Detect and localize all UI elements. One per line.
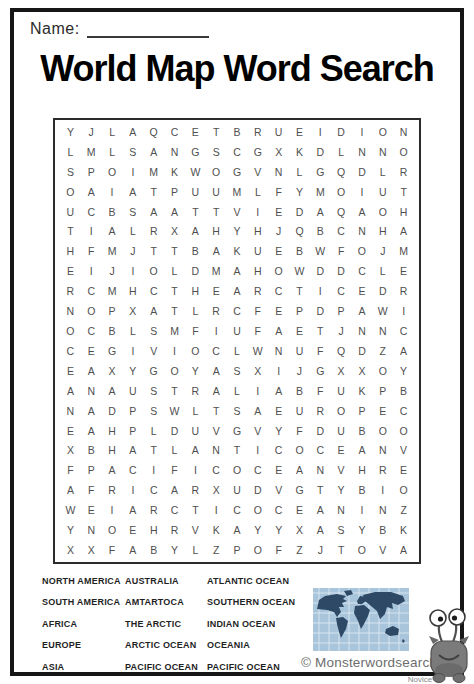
grid-cell-r11c17[interactable]: C — [393, 321, 414, 341]
grid-cell-r6c10[interactable]: H — [247, 222, 268, 242]
grid-cell-r22c10[interactable]: O — [247, 540, 268, 560]
grid-cell-r10c17[interactable]: I — [393, 301, 414, 321]
grid-cell-r6c11[interactable]: J — [268, 222, 289, 242]
grid-cell-r1c14[interactable]: D — [331, 122, 352, 142]
grid-cell-r4c3[interactable]: I — [102, 182, 123, 202]
grid-cell-r2c13[interactable]: D — [310, 142, 331, 162]
grid-cell-r13c1[interactable]: E — [60, 361, 81, 381]
grid-cell-r21c5[interactable]: H — [143, 520, 164, 540]
grid-cell-r7c15[interactable]: O — [352, 241, 373, 261]
grid-cell-r13c5[interactable]: G — [143, 361, 164, 381]
grid-cell-r1c16[interactable]: O — [372, 122, 393, 142]
grid-cell-r17c9[interactable]: T — [227, 441, 248, 461]
grid-cell-r5c10[interactable]: I — [247, 202, 268, 222]
grid-cell-r11c7[interactable]: F — [185, 321, 206, 341]
grid-cell-r7c2[interactable]: F — [81, 241, 102, 261]
grid-cell-r7c11[interactable]: E — [268, 241, 289, 261]
grid-cell-r9c9[interactable]: A — [227, 281, 248, 301]
grid-cell-r1c3[interactable]: L — [102, 122, 123, 142]
grid-cell-r16c15[interactable]: B — [352, 421, 373, 441]
grid-cell-r1c15[interactable]: I — [352, 122, 373, 142]
grid-cell-r7c10[interactable]: U — [247, 241, 268, 261]
grid-cell-r3c10[interactable]: V — [247, 162, 268, 182]
grid-cell-r19c4[interactable]: I — [122, 480, 143, 500]
grid-cell-r19c11[interactable]: V — [268, 480, 289, 500]
grid-cell-r15c1[interactable]: N — [60, 401, 81, 421]
grid-cell-r16c6[interactable]: D — [164, 421, 185, 441]
grid-cell-r14c17[interactable]: B — [393, 381, 414, 401]
grid-cell-r20c5[interactable]: R — [143, 500, 164, 520]
grid-cell-r19c12[interactable]: G — [289, 480, 310, 500]
grid-cell-r18c15[interactable]: H — [352, 460, 373, 480]
grid-cell-r15c16[interactable]: E — [372, 401, 393, 421]
grid-cell-r20c4[interactable]: A — [122, 500, 143, 520]
grid-cell-r16c14[interactable]: U — [331, 421, 352, 441]
grid-cell-r18c7[interactable]: I — [185, 460, 206, 480]
grid-cell-r11c9[interactable]: U — [227, 321, 248, 341]
grid-cell-r8c7[interactable]: D — [185, 261, 206, 281]
grid-cell-r14c3[interactable]: A — [102, 381, 123, 401]
grid-cell-r22c14[interactable]: T — [331, 540, 352, 560]
grid-cell-r3c7[interactable]: W — [185, 162, 206, 182]
grid-cell-r8c13[interactable]: D — [310, 261, 331, 281]
grid-cell-r4c6[interactable]: P — [164, 182, 185, 202]
grid-cell-r16c12[interactable]: F — [289, 421, 310, 441]
grid-cell-r8c1[interactable]: E — [60, 261, 81, 281]
grid-cell-r22c3[interactable]: F — [102, 540, 123, 560]
grid-cell-r6c4[interactable]: L — [122, 222, 143, 242]
grid-cell-r10c16[interactable]: W — [372, 301, 393, 321]
grid-cell-r22c16[interactable]: V — [372, 540, 393, 560]
grid-cell-r20c11[interactable]: C — [268, 500, 289, 520]
grid-cell-r19c10[interactable]: D — [247, 480, 268, 500]
grid-cell-r11c4[interactable]: L — [122, 321, 143, 341]
grid-cell-r13c17[interactable]: Y — [393, 361, 414, 381]
grid-cell-r16c4[interactable]: P — [122, 421, 143, 441]
grid-cell-r8c16[interactable]: L — [372, 261, 393, 281]
grid-cell-r7c16[interactable]: J — [372, 241, 393, 261]
grid-cell-r1c11[interactable]: U — [268, 122, 289, 142]
grid-cell-r15c7[interactable]: L — [185, 401, 206, 421]
grid-cell-r6c1[interactable]: T — [60, 222, 81, 242]
grid-cell-r7c9[interactable]: K — [227, 241, 248, 261]
grid-cell-r1c6[interactable]: C — [164, 122, 185, 142]
grid-cell-r22c8[interactable]: Z — [206, 540, 227, 560]
grid-cell-r12c7[interactable]: O — [185, 341, 206, 361]
grid-cell-r15c6[interactable]: W — [164, 401, 185, 421]
grid-cell-r12c10[interactable]: W — [247, 341, 268, 361]
grid-cell-r22c15[interactable]: O — [352, 540, 373, 560]
grid-cell-r12c11[interactable]: N — [268, 341, 289, 361]
grid-cell-r2c1[interactable]: L — [60, 142, 81, 162]
grid-cell-r14c4[interactable]: U — [122, 381, 143, 401]
grid-cell-r17c3[interactable]: H — [102, 441, 123, 461]
grid-cell-r11c5[interactable]: S — [143, 321, 164, 341]
grid-cell-r19c16[interactable]: I — [372, 480, 393, 500]
grid-cell-r6c12[interactable]: Q — [289, 222, 310, 242]
grid-cell-r2c2[interactable]: M — [81, 142, 102, 162]
grid-cell-r22c6[interactable]: Y — [164, 540, 185, 560]
grid-cell-r20c2[interactable]: E — [81, 500, 102, 520]
grid-cell-r18c2[interactable]: P — [81, 460, 102, 480]
grid-cell-r19c5[interactable]: C — [143, 480, 164, 500]
grid-cell-r8c12[interactable]: W — [289, 261, 310, 281]
grid-cell-r8c2[interactable]: I — [81, 261, 102, 281]
grid-cell-r8c17[interactable]: E — [393, 261, 414, 281]
grid-cell-r15c4[interactable]: P — [122, 401, 143, 421]
grid-cell-r10c10[interactable]: F — [247, 301, 268, 321]
grid-cell-r13c4[interactable]: Y — [122, 361, 143, 381]
grid-cell-r5c11[interactable]: E — [268, 202, 289, 222]
grid-cell-r16c5[interactable]: L — [143, 421, 164, 441]
grid-cell-r22c17[interactable]: A — [393, 540, 414, 560]
grid-cell-r20c6[interactable]: C — [164, 500, 185, 520]
grid-cell-r13c11[interactable]: I — [268, 361, 289, 381]
grid-cell-r9c10[interactable]: R — [247, 281, 268, 301]
grid-cell-r20c7[interactable]: T — [185, 500, 206, 520]
grid-cell-r3c13[interactable]: G — [310, 162, 331, 182]
grid-cell-r13c13[interactable]: G — [310, 361, 331, 381]
grid-cell-r21c14[interactable]: S — [331, 520, 352, 540]
grid-cell-r4c7[interactable]: U — [185, 182, 206, 202]
grid-cell-r12c16[interactable]: Z — [372, 341, 393, 361]
grid-cell-r21c17[interactable]: K — [393, 520, 414, 540]
grid-cell-r9c15[interactable]: E — [352, 281, 373, 301]
grid-cell-r12c8[interactable]: C — [206, 341, 227, 361]
grid-cell-r8c14[interactable]: D — [331, 261, 352, 281]
grid-cell-r7c5[interactable]: T — [143, 241, 164, 261]
grid-cell-r11c3[interactable]: B — [102, 321, 123, 341]
grid-cell-r18c4[interactable]: C — [122, 460, 143, 480]
grid-cell-r11c2[interactable]: C — [81, 321, 102, 341]
grid-cell-r2c3[interactable]: L — [102, 142, 123, 162]
grid-cell-r16c13[interactable]: D — [310, 421, 331, 441]
grid-cell-r22c1[interactable]: X — [60, 540, 81, 560]
grid-cell-r20c8[interactable]: I — [206, 500, 227, 520]
grid-cell-r14c11[interactable]: A — [268, 381, 289, 401]
grid-cell-r2c5[interactable]: A — [143, 142, 164, 162]
grid-cell-r15c8[interactable]: T — [206, 401, 227, 421]
grid-cell-r21c3[interactable]: O — [102, 520, 123, 540]
grid-cell-r9c3[interactable]: M — [102, 281, 123, 301]
grid-cell-r10c6[interactable]: T — [164, 301, 185, 321]
grid-cell-r7c6[interactable]: T — [164, 241, 185, 261]
grid-cell-r9c11[interactable]: C — [268, 281, 289, 301]
grid-cell-r14c13[interactable]: F — [310, 381, 331, 401]
grid-cell-r2c10[interactable]: G — [247, 142, 268, 162]
grid-cell-r9c13[interactable]: I — [310, 281, 331, 301]
grid-cell-r18c3[interactable]: A — [102, 460, 123, 480]
grid-cell-r22c9[interactable]: P — [227, 540, 248, 560]
grid-cell-r19c17[interactable]: O — [393, 480, 414, 500]
grid-cell-r4c10[interactable]: L — [247, 182, 268, 202]
grid-cell-r6c7[interactable]: A — [185, 222, 206, 242]
grid-cell-r16c10[interactable]: V — [247, 421, 268, 441]
grid-cell-r16c3[interactable]: H — [102, 421, 123, 441]
grid-cell-r7c1[interactable]: H — [60, 241, 81, 261]
grid-cell-r6c14[interactable]: C — [331, 222, 352, 242]
grid-cell-r21c8[interactable]: K — [206, 520, 227, 540]
grid-cell-r4c13[interactable]: M — [310, 182, 331, 202]
grid-cell-r4c2[interactable]: A — [81, 182, 102, 202]
grid-cell-r5c6[interactable]: A — [164, 202, 185, 222]
grid-cell-r2c9[interactable]: C — [227, 142, 248, 162]
grid-cell-r12c13[interactable]: F — [310, 341, 331, 361]
grid-cell-r19c6[interactable]: A — [164, 480, 185, 500]
grid-cell-r1c7[interactable]: E — [185, 122, 206, 142]
grid-cell-r16c8[interactable]: V — [206, 421, 227, 441]
grid-cell-r14c6[interactable]: T — [164, 381, 185, 401]
grid-cell-r4c17[interactable]: T — [393, 182, 414, 202]
grid-cell-r18c12[interactable]: A — [289, 460, 310, 480]
grid-cell-r20c17[interactable]: Z — [393, 500, 414, 520]
grid-cell-r2c11[interactable]: X — [268, 142, 289, 162]
grid-cell-r7c3[interactable]: M — [102, 241, 123, 261]
grid-cell-r14c1[interactable]: A — [60, 381, 81, 401]
grid-cell-r13c6[interactable]: O — [164, 361, 185, 381]
grid-cell-r10c12[interactable]: P — [289, 301, 310, 321]
grid-cell-r9c14[interactable]: C — [331, 281, 352, 301]
grid-cell-r4c12[interactable]: Y — [289, 182, 310, 202]
grid-cell-r22c5[interactable]: B — [143, 540, 164, 560]
grid-cell-r19c8[interactable]: X — [206, 480, 227, 500]
grid-cell-r12c12[interactable]: U — [289, 341, 310, 361]
grid-cell-r16c16[interactable]: O — [372, 421, 393, 441]
grid-cell-r5c9[interactable]: V — [227, 202, 248, 222]
grid-cell-r14c5[interactable]: S — [143, 381, 164, 401]
grid-cell-r5c13[interactable]: A — [310, 202, 331, 222]
grid-cell-r5c5[interactable]: A — [143, 202, 164, 222]
grid-cell-r11c16[interactable]: N — [372, 321, 393, 341]
grid-cell-r5c2[interactable]: C — [81, 202, 102, 222]
grid-cell-r1c1[interactable]: Y — [60, 122, 81, 142]
grid-cell-r21c12[interactable]: X — [289, 520, 310, 540]
grid-cell-r18c6[interactable]: F — [164, 460, 185, 480]
grid-cell-r3c12[interactable]: L — [289, 162, 310, 182]
grid-cell-r10c15[interactable]: A — [352, 301, 373, 321]
grid-cell-r5c15[interactable]: A — [352, 202, 373, 222]
grid-cell-r17c15[interactable]: A — [352, 441, 373, 461]
grid-cell-r5c4[interactable]: S — [122, 202, 143, 222]
grid-cell-r5c3[interactable]: B — [102, 202, 123, 222]
grid-cell-r15c10[interactable]: A — [247, 401, 268, 421]
grid-cell-r17c17[interactable]: V — [393, 441, 414, 461]
grid-cell-r9c17[interactable]: R — [393, 281, 414, 301]
grid-cell-r6c5[interactable]: R — [143, 222, 164, 242]
grid-cell-r9c1[interactable]: R — [60, 281, 81, 301]
grid-cell-r10c13[interactable]: D — [310, 301, 331, 321]
grid-cell-r8c5[interactable]: O — [143, 261, 164, 281]
grid-cell-r4c14[interactable]: O — [331, 182, 352, 202]
grid-cell-r8c9[interactable]: A — [227, 261, 248, 281]
grid-cell-r4c5[interactable]: T — [143, 182, 164, 202]
grid-cell-r12c1[interactable]: C — [60, 341, 81, 361]
grid-cell-r18c8[interactable]: C — [206, 460, 227, 480]
grid-cell-r9c8[interactable]: E — [206, 281, 227, 301]
grid-cell-r16c17[interactable]: O — [393, 421, 414, 441]
grid-cell-r21c13[interactable]: A — [310, 520, 331, 540]
grid-cell-r7c13[interactable]: W — [310, 241, 331, 261]
grid-cell-r18c14[interactable]: V — [331, 460, 352, 480]
grid-cell-r19c13[interactable]: T — [310, 480, 331, 500]
grid-cell-r20c16[interactable]: N — [372, 500, 393, 520]
grid-cell-r10c3[interactable]: P — [102, 301, 123, 321]
grid-cell-r17c14[interactable]: E — [331, 441, 352, 461]
grid-cell-r12c15[interactable]: D — [352, 341, 373, 361]
grid-cell-r1c13[interactable]: I — [310, 122, 331, 142]
grid-cell-r6c16[interactable]: H — [372, 222, 393, 242]
grid-cell-r13c8[interactable]: A — [206, 361, 227, 381]
grid-cell-r20c10[interactable]: O — [247, 500, 268, 520]
grid-cell-r16c1[interactable]: E — [60, 421, 81, 441]
grid-cell-r14c15[interactable]: K — [352, 381, 373, 401]
grid-cell-r3c16[interactable]: L — [372, 162, 393, 182]
grid-cell-r18c9[interactable]: O — [227, 460, 248, 480]
grid-cell-r15c9[interactable]: S — [227, 401, 248, 421]
grid-cell-r11c1[interactable]: O — [60, 321, 81, 341]
grid-cell-r11c13[interactable]: T — [310, 321, 331, 341]
grid-cell-r13c9[interactable]: S — [227, 361, 248, 381]
grid-cell-r14c10[interactable]: I — [247, 381, 268, 401]
grid-cell-r20c9[interactable]: C — [227, 500, 248, 520]
grid-cell-r17c16[interactable]: N — [372, 441, 393, 461]
grid-cell-r21c11[interactable]: Y — [268, 520, 289, 540]
grid-cell-r12c9[interactable]: L — [227, 341, 248, 361]
grid-cell-r17c7[interactable]: A — [185, 441, 206, 461]
grid-cell-r21c1[interactable]: Y — [60, 520, 81, 540]
grid-cell-r13c3[interactable]: X — [102, 361, 123, 381]
grid-cell-r3c4[interactable]: I — [122, 162, 143, 182]
grid-cell-r7c4[interactable]: J — [122, 241, 143, 261]
grid-cell-r20c15[interactable]: I — [352, 500, 373, 520]
grid-cell-r15c17[interactable]: C — [393, 401, 414, 421]
grid-cell-r7c8[interactable]: A — [206, 241, 227, 261]
grid-cell-r7c14[interactable]: F — [331, 241, 352, 261]
grid-cell-r17c2[interactable]: B — [81, 441, 102, 461]
grid-cell-r1c8[interactable]: T — [206, 122, 227, 142]
grid-cell-r14c16[interactable]: P — [372, 381, 393, 401]
grid-cell-r6c15[interactable]: N — [352, 222, 373, 242]
grid-cell-r3c3[interactable]: O — [102, 162, 123, 182]
grid-cell-r12c6[interactable]: I — [164, 341, 185, 361]
grid-cell-r19c3[interactable]: R — [102, 480, 123, 500]
name-input-line[interactable] — [87, 22, 209, 38]
grid-cell-r14c9[interactable]: L — [227, 381, 248, 401]
grid-cell-r17c11[interactable]: C — [268, 441, 289, 461]
grid-cell-r11c6[interactable]: M — [164, 321, 185, 341]
grid-cell-r22c12[interactable]: Z — [289, 540, 310, 560]
grid-cell-r10c4[interactable]: X — [122, 301, 143, 321]
grid-cell-r16c2[interactable]: A — [81, 421, 102, 441]
grid-cell-r5c16[interactable]: O — [372, 202, 393, 222]
grid-cell-r8c4[interactable]: I — [122, 261, 143, 281]
grid-cell-r9c12[interactable]: T — [289, 281, 310, 301]
grid-cell-r21c9[interactable]: A — [227, 520, 248, 540]
grid-cell-r9c6[interactable]: T — [164, 281, 185, 301]
grid-cell-r3c2[interactable]: P — [81, 162, 102, 182]
grid-cell-r16c9[interactable]: G — [227, 421, 248, 441]
grid-cell-r9c16[interactable]: D — [372, 281, 393, 301]
grid-cell-r8c8[interactable]: M — [206, 261, 227, 281]
grid-cell-r10c14[interactable]: P — [331, 301, 352, 321]
grid-cell-r6c9[interactable]: Y — [227, 222, 248, 242]
grid-cell-r18c13[interactable]: N — [310, 460, 331, 480]
grid-cell-r10c1[interactable]: N — [60, 301, 81, 321]
grid-cell-r3c1[interactable]: S — [60, 162, 81, 182]
grid-cell-r3c17[interactable]: R — [393, 162, 414, 182]
grid-cell-r18c1[interactable]: F — [60, 460, 81, 480]
grid-cell-r18c5[interactable]: I — [143, 460, 164, 480]
grid-cell-r19c7[interactable]: R — [185, 480, 206, 500]
grid-cell-r1c5[interactable]: Q — [143, 122, 164, 142]
grid-cell-r17c12[interactable]: O — [289, 441, 310, 461]
grid-cell-r10c5[interactable]: A — [143, 301, 164, 321]
grid-cell-r12c5[interactable]: V — [143, 341, 164, 361]
grid-cell-r17c1[interactable]: X — [60, 441, 81, 461]
grid-cell-r22c4[interactable]: A — [122, 540, 143, 560]
grid-cell-r19c2[interactable]: F — [81, 480, 102, 500]
grid-cell-r4c4[interactable]: A — [122, 182, 143, 202]
grid-cell-r13c15[interactable]: X — [352, 361, 373, 381]
grid-cell-r1c9[interactable]: B — [227, 122, 248, 142]
grid-cell-r9c7[interactable]: H — [185, 281, 206, 301]
grid-cell-r13c10[interactable]: X — [247, 361, 268, 381]
grid-cell-r14c12[interactable]: B — [289, 381, 310, 401]
grid-cell-r2c4[interactable]: S — [122, 142, 143, 162]
grid-cell-r16c7[interactable]: U — [185, 421, 206, 441]
grid-cell-r9c4[interactable]: H — [122, 281, 143, 301]
grid-cell-r3c8[interactable]: O — [206, 162, 227, 182]
grid-cell-r19c15[interactable]: B — [352, 480, 373, 500]
grid-cell-r4c1[interactable]: O — [60, 182, 81, 202]
grid-cell-r6c17[interactable]: A — [393, 222, 414, 242]
grid-cell-r20c1[interactable]: W — [60, 500, 81, 520]
grid-cell-r5c1[interactable]: U — [60, 202, 81, 222]
grid-cell-r12c17[interactable]: A — [393, 341, 414, 361]
grid-cell-r21c16[interactable]: B — [372, 520, 393, 540]
grid-cell-r17c8[interactable]: N — [206, 441, 227, 461]
grid-cell-r19c1[interactable]: A — [60, 480, 81, 500]
grid-cell-r15c11[interactable]: E — [268, 401, 289, 421]
grid-cell-r15c13[interactable]: R — [310, 401, 331, 421]
grid-cell-r15c5[interactable]: S — [143, 401, 164, 421]
grid-cell-r22c11[interactable]: F — [268, 540, 289, 560]
grid-cell-r5c12[interactable]: D — [289, 202, 310, 222]
grid-cell-r19c9[interactable]: U — [227, 480, 248, 500]
grid-cell-r18c11[interactable]: E — [268, 460, 289, 480]
grid-cell-r5c7[interactable]: T — [185, 202, 206, 222]
grid-cell-r14c14[interactable]: U — [331, 381, 352, 401]
grid-cell-r12c3[interactable]: G — [102, 341, 123, 361]
grid-cell-r1c2[interactable]: J — [81, 122, 102, 142]
grid-cell-r16c11[interactable]: Y — [268, 421, 289, 441]
grid-cell-r13c7[interactable]: Y — [185, 361, 206, 381]
grid-cell-r21c7[interactable]: V — [185, 520, 206, 540]
grid-cell-r12c4[interactable]: I — [122, 341, 143, 361]
grid-cell-r15c3[interactable]: D — [102, 401, 123, 421]
grid-cell-r11c10[interactable]: F — [247, 321, 268, 341]
grid-cell-r17c13[interactable]: C — [310, 441, 331, 461]
grid-cell-r11c8[interactable]: I — [206, 321, 227, 341]
grid-cell-r11c11[interactable]: A — [268, 321, 289, 341]
grid-cell-r7c12[interactable]: B — [289, 241, 310, 261]
grid-cell-r1c12[interactable]: E — [289, 122, 310, 142]
grid-cell-r9c5[interactable]: C — [143, 281, 164, 301]
grid-cell-r1c17[interactable]: N — [393, 122, 414, 142]
grid-cell-r2c16[interactable]: N — [372, 142, 393, 162]
grid-cell-r18c10[interactable]: C — [247, 460, 268, 480]
grid-cell-r5c14[interactable]: Q — [331, 202, 352, 222]
